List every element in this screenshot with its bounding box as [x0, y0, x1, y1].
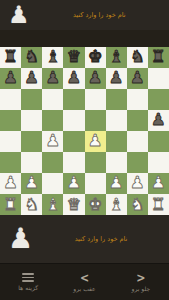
square-a6[interactable] [0, 89, 21, 110]
square-g5[interactable] [127, 110, 148, 131]
square-d5[interactable] [63, 110, 84, 131]
piece-wp-g2: ♟ [130, 175, 145, 192]
bottom-navbar: گزینه ها < عقب برو > جلو برو [0, 263, 169, 300]
bottom-player-name-prompt[interactable]: نام خود را وارد کنید [33, 235, 169, 243]
square-d4[interactable] [63, 131, 84, 152]
square-e7[interactable]: ♟ [85, 68, 106, 89]
piece-wp-h2: ♟ [151, 175, 166, 192]
square-c7[interactable]: ♟ [42, 68, 63, 89]
chevron-left-icon: < [80, 271, 89, 284]
square-h3[interactable] [148, 152, 169, 173]
square-a5[interactable] [0, 110, 21, 131]
square-e4[interactable]: ♟ [85, 131, 106, 152]
square-e6[interactable] [85, 89, 106, 110]
forward-label: جلو برو [132, 286, 151, 292]
forward-button[interactable]: > جلو برو [113, 264, 169, 300]
top-player-bar: ♟ نام خود را وارد کنید [0, 0, 169, 30]
square-a4[interactable] [0, 131, 21, 152]
piece-bp-f7: ♟ [109, 70, 124, 87]
square-g6[interactable] [127, 89, 148, 110]
square-c6[interactable] [42, 89, 63, 110]
chess-app-screen: ♟ نام خود را وارد کنید ♜♞♝♛♚♝♞♜♟♟♟♟♟♟♟♟♟… [0, 0, 169, 300]
square-f2[interactable]: ♟ [106, 173, 127, 194]
square-g4[interactable] [127, 131, 148, 152]
square-c5[interactable] [42, 110, 63, 131]
piece-wp-f2: ♟ [109, 175, 124, 192]
piece-wp-b2: ♟ [24, 175, 39, 192]
piece-wb-c1: ♝ [45, 196, 60, 213]
square-f4[interactable] [106, 131, 127, 152]
square-d3[interactable] [63, 152, 84, 173]
chevron-right-icon: > [136, 271, 145, 284]
piece-bp-a7: ♟ [3, 70, 18, 87]
piece-wq-d1: ♛ [67, 196, 82, 213]
piece-wn-g1: ♞ [130, 196, 145, 213]
square-b7[interactable]: ♟ [21, 68, 42, 89]
piece-wp-c4: ♟ [45, 133, 60, 150]
square-d8[interactable]: ♛ [63, 47, 84, 68]
square-h4[interactable] [148, 131, 169, 152]
piece-bp-b7: ♟ [24, 70, 39, 87]
square-g7[interactable]: ♟ [127, 68, 148, 89]
piece-bp-d7: ♟ [67, 70, 82, 87]
square-b6[interactable] [21, 89, 42, 110]
bottom-player-bar: ♟ نام خود را وارد کنید [0, 215, 169, 263]
square-a3[interactable] [0, 152, 21, 173]
square-f3[interactable] [106, 152, 127, 173]
piece-wb-f1: ♝ [109, 196, 124, 213]
piece-bp-h5: ♟ [151, 112, 166, 129]
piece-bb-c8: ♝ [45, 49, 60, 66]
square-a7[interactable]: ♟ [0, 68, 21, 89]
piece-br-h8: ♜ [151, 49, 166, 66]
square-b1[interactable]: ♞ [21, 194, 42, 215]
piece-bp-c7: ♟ [45, 70, 60, 87]
square-f1[interactable]: ♝ [106, 194, 127, 215]
piece-bb-f8: ♝ [109, 49, 124, 66]
square-b4[interactable] [21, 131, 42, 152]
square-c1[interactable]: ♝ [42, 194, 63, 215]
square-h6[interactable] [148, 89, 169, 110]
square-a8[interactable]: ♜ [0, 47, 21, 68]
square-f6[interactable] [106, 89, 127, 110]
white-player-pawn-icon: ♟ [8, 225, 33, 253]
black-player-pawn-icon: ♟ [8, 3, 30, 27]
square-c4[interactable]: ♟ [42, 131, 63, 152]
piece-wr-a1: ♜ [3, 196, 18, 213]
square-c3[interactable] [42, 152, 63, 173]
square-g2[interactable]: ♟ [127, 173, 148, 194]
square-f7[interactable]: ♟ [106, 68, 127, 89]
piece-bn-b8: ♞ [24, 49, 39, 66]
piece-bq-d8: ♛ [67, 49, 82, 66]
chess-board[interactable]: ♜♞♝♛♚♝♞♜♟♟♟♟♟♟♟♟♟♟♟♟♟♟♟♟♜♞♝♛♚♝♞♜ [0, 47, 169, 215]
options-button[interactable]: گزینه ها [0, 264, 56, 300]
piece-bn-g8: ♞ [130, 49, 145, 66]
piece-wp-d2: ♟ [67, 175, 82, 192]
square-f5[interactable] [106, 110, 127, 131]
square-b5[interactable] [21, 110, 42, 131]
square-g1[interactable]: ♞ [127, 194, 148, 215]
square-b8[interactable]: ♞ [21, 47, 42, 68]
piece-wp-e4: ♟ [88, 133, 103, 150]
piece-bk-e8: ♚ [88, 49, 103, 66]
piece-br-a8: ♜ [3, 49, 18, 66]
square-h1[interactable]: ♜ [148, 194, 169, 215]
square-d6[interactable] [63, 89, 84, 110]
square-c2[interactable] [42, 173, 63, 194]
square-a2[interactable]: ♟ [0, 173, 21, 194]
back-button[interactable]: < عقب برو [56, 264, 112, 300]
square-e1[interactable]: ♚ [85, 194, 106, 215]
piece-wp-a2: ♟ [3, 175, 18, 192]
menu-icon [22, 273, 34, 282]
square-h8[interactable]: ♜ [148, 47, 169, 68]
square-h5[interactable]: ♟ [148, 110, 169, 131]
square-g3[interactable] [127, 152, 148, 173]
square-e2[interactable] [85, 173, 106, 194]
square-a1[interactable]: ♜ [0, 194, 21, 215]
square-d7[interactable]: ♟ [63, 68, 84, 89]
top-player-name-prompt[interactable]: نام خود را وارد کنید [30, 11, 169, 19]
piece-wr-h1: ♜ [151, 196, 166, 213]
square-b3[interactable] [21, 152, 42, 173]
square-c8[interactable]: ♝ [42, 47, 63, 68]
piece-bp-g7: ♟ [130, 70, 145, 87]
square-h2[interactable]: ♟ [148, 173, 169, 194]
square-h7[interactable] [148, 68, 169, 89]
square-e3[interactable] [85, 152, 106, 173]
piece-wn-b1: ♞ [24, 196, 39, 213]
square-b2[interactable]: ♟ [21, 173, 42, 194]
piece-wk-e1: ♚ [88, 196, 103, 213]
piece-bp-e7: ♟ [88, 70, 103, 87]
square-e5[interactable] [85, 110, 106, 131]
top-gap-strip [0, 30, 169, 47]
square-d2[interactable]: ♟ [63, 173, 84, 194]
square-g8[interactable]: ♞ [127, 47, 148, 68]
square-d1[interactable]: ♛ [63, 194, 84, 215]
back-label: عقب برو [73, 286, 95, 292]
square-f8[interactable]: ♝ [106, 47, 127, 68]
options-label: گزینه ها [18, 285, 38, 291]
square-e8[interactable]: ♚ [85, 47, 106, 68]
